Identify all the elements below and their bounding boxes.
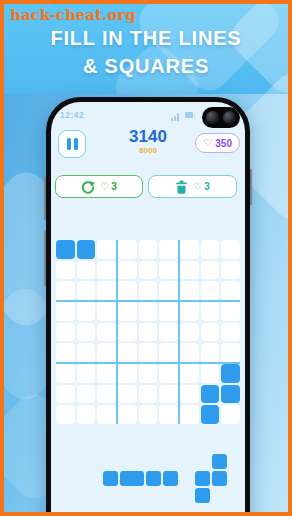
- piece-block: [163, 471, 178, 486]
- board-cell-empty[interactable]: [159, 302, 178, 321]
- piece-block: [195, 488, 210, 503]
- piece-gap: [212, 488, 227, 503]
- screenshot-frame: FILL IN THE LINES & SQUARES hack-cheat.o…: [0, 0, 292, 516]
- board-cell-empty[interactable]: [159, 240, 178, 259]
- board-cell-empty[interactable]: [97, 343, 116, 362]
- watermark-text: hack-cheat.org: [10, 6, 136, 24]
- board-cell-empty[interactable]: [201, 281, 220, 300]
- board-cell-empty[interactable]: [180, 240, 199, 259]
- signal-icon: [171, 113, 179, 121]
- board-cell-empty[interactable]: [77, 261, 96, 280]
- board-cell-empty[interactable]: [118, 364, 137, 383]
- trash-cost: ♡ 3: [193, 181, 210, 192]
- board-cell-empty[interactable]: [118, 385, 137, 404]
- camera-cutout: [202, 107, 240, 128]
- board-cell-filled[interactable]: [77, 240, 96, 259]
- board-cell-empty[interactable]: [159, 385, 178, 404]
- board-cell-empty[interactable]: [56, 281, 75, 300]
- board-cell-empty[interactable]: [221, 323, 240, 342]
- board-cell-filled[interactable]: [221, 364, 240, 383]
- board-cell-empty[interactable]: [97, 385, 116, 404]
- refresh-cost: ♡ 3: [100, 181, 117, 192]
- heart-icon: ♡: [193, 181, 202, 192]
- camera-lens-icon: [223, 111, 236, 124]
- board-cell-empty[interactable]: [221, 405, 240, 424]
- camera-lens-icon: [206, 111, 219, 124]
- board-cell-empty[interactable]: [201, 323, 220, 342]
- board-cell-empty[interactable]: [118, 343, 137, 362]
- board-cell-empty[interactable]: [159, 261, 178, 280]
- board-cell-empty[interactable]: [118, 302, 137, 321]
- board-cell-empty[interactable]: [118, 405, 137, 424]
- board-cell-empty[interactable]: [56, 302, 75, 321]
- refresh-pieces-button[interactable]: ♡ 3: [55, 175, 143, 198]
- board-cell-empty[interactable]: [159, 405, 178, 424]
- piece-block: [195, 471, 210, 486]
- board-cell-empty[interactable]: [139, 261, 158, 280]
- piece-block: [146, 471, 161, 486]
- board-cell-empty[interactable]: [77, 323, 96, 342]
- board-cell-empty[interactable]: [221, 343, 240, 362]
- board-cell-empty[interactable]: [97, 405, 116, 424]
- board-cell-empty[interactable]: [180, 405, 199, 424]
- board-cell-empty[interactable]: [139, 385, 158, 404]
- board-cell-empty[interactable]: [180, 364, 199, 383]
- board-cell-empty[interactable]: [139, 281, 158, 300]
- game-screen: 12:42 3140 8000 ♡ 350: [51, 102, 245, 516]
- banner-title-line1: FILL IN THE LINES: [4, 24, 288, 52]
- board-cell-empty[interactable]: [139, 364, 158, 383]
- board-cell-empty[interactable]: [97, 281, 116, 300]
- board-cell-empty[interactable]: [97, 261, 116, 280]
- board-cell-empty[interactable]: [97, 364, 116, 383]
- piece-block: [212, 471, 227, 486]
- board-cell-empty[interactable]: [201, 364, 220, 383]
- phone-mockup: 12:42 3140 8000 ♡ 350: [46, 97, 250, 516]
- piece-block: [103, 471, 118, 486]
- board-cell-empty[interactable]: [180, 281, 199, 300]
- board-cell-empty[interactable]: [97, 240, 116, 259]
- board-cell-empty[interactable]: [56, 323, 75, 342]
- board-cell-empty[interactable]: [159, 281, 178, 300]
- board-cell-empty[interactable]: [139, 323, 158, 342]
- banner-title: FILL IN THE LINES & SQUARES: [4, 24, 288, 80]
- board-cell-empty[interactable]: [180, 385, 199, 404]
- trash-piece-button[interactable]: ♡ 3: [148, 175, 237, 198]
- banner-title-line2: & SQUARES: [4, 52, 288, 80]
- refresh-cost-value: 3: [111, 181, 117, 192]
- board-cell-empty[interactable]: [159, 364, 178, 383]
- piece-block: [212, 454, 227, 469]
- hearts-counter[interactable]: ♡ 350: [195, 133, 240, 153]
- board-cell-empty[interactable]: [77, 364, 96, 383]
- board-grid[interactable]: [56, 240, 240, 424]
- board-cell-filled[interactable]: [201, 385, 220, 404]
- board-cell-filled[interactable]: [56, 240, 75, 259]
- board-cell-empty[interactable]: [139, 302, 158, 321]
- heart-icon: ♡: [100, 181, 109, 192]
- board-cell-empty[interactable]: [139, 405, 158, 424]
- board-cell-empty[interactable]: [118, 261, 137, 280]
- board-cell-empty[interactable]: [139, 343, 158, 362]
- status-time: 12:42: [60, 110, 84, 120]
- trash-cost-value: 3: [204, 181, 210, 192]
- board-cell-empty[interactable]: [139, 240, 158, 259]
- board-cell-empty[interactable]: [118, 323, 137, 342]
- tray-piece-s-tetromino[interactable]: [195, 454, 227, 503]
- trash-icon: [175, 180, 188, 194]
- board-cell-empty[interactable]: [118, 281, 137, 300]
- board-cell-empty[interactable]: [77, 302, 96, 321]
- board-cell-empty[interactable]: [201, 261, 220, 280]
- board-cell-empty[interactable]: [56, 343, 75, 362]
- refresh-icon: [81, 180, 95, 194]
- board-cell-empty[interactable]: [97, 323, 116, 342]
- board-cell-empty[interactable]: [221, 302, 240, 321]
- battery-icon: [185, 112, 193, 118]
- board-cell-empty[interactable]: [56, 405, 75, 424]
- board-cell-empty[interactable]: [77, 405, 96, 424]
- board-cell-empty[interactable]: [56, 385, 75, 404]
- board-cell-empty[interactable]: [77, 343, 96, 362]
- piece-block: [129, 471, 144, 486]
- board-cell-empty[interactable]: [77, 385, 96, 404]
- board-cell-empty[interactable]: [56, 261, 75, 280]
- board-cell-empty[interactable]: [201, 343, 220, 362]
- hearts-count: 350: [215, 138, 232, 149]
- board-cell-empty[interactable]: [201, 302, 220, 321]
- board-cell-empty[interactable]: [180, 323, 199, 342]
- board-cell-filled[interactable]: [201, 405, 220, 424]
- board-cell-empty[interactable]: [77, 281, 96, 300]
- board-cell-filled[interactable]: [221, 385, 240, 404]
- board-cell-empty[interactable]: [221, 240, 240, 259]
- board-cell-empty[interactable]: [97, 302, 116, 321]
- board-cell-empty[interactable]: [118, 240, 137, 259]
- board-cell-empty[interactable]: [180, 261, 199, 280]
- board-cell-empty[interactable]: [180, 343, 199, 362]
- tray-piece-tromino[interactable]: [129, 471, 178, 486]
- piece-gap: [195, 454, 210, 469]
- board-cell-empty[interactable]: [56, 364, 75, 383]
- board-cell-empty[interactable]: [159, 323, 178, 342]
- board-cell-empty[interactable]: [180, 302, 199, 321]
- heart-icon: ♡: [203, 138, 212, 148]
- board-cell-empty[interactable]: [221, 261, 240, 280]
- board-cell-empty[interactable]: [159, 343, 178, 362]
- board-cell-empty[interactable]: [201, 240, 220, 259]
- board-cell-empty[interactable]: [221, 281, 240, 300]
